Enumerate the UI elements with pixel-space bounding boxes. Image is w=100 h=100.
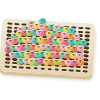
board-hole[interactable] bbox=[76, 69, 81, 72]
board-hole[interactable] bbox=[84, 54, 89, 57]
board-hole[interactable] bbox=[85, 31, 90, 34]
board-hole[interactable] bbox=[19, 66, 24, 69]
board-hole[interactable] bbox=[47, 68, 52, 71]
photo-scene bbox=[0, 0, 100, 100]
board-hole[interactable] bbox=[7, 26, 12, 29]
bead-pink[interactable] bbox=[76, 45, 84, 52]
board-hole[interactable] bbox=[40, 67, 45, 70]
board-hole[interactable] bbox=[12, 66, 17, 69]
board-hole[interactable] bbox=[15, 23, 20, 26]
board-hole[interactable] bbox=[69, 69, 74, 72]
board-hole[interactable] bbox=[54, 68, 59, 71]
board-hole[interactable] bbox=[85, 27, 90, 30]
board-hole[interactable] bbox=[61, 69, 66, 72]
board-hole[interactable] bbox=[85, 35, 90, 38]
board-hole[interactable] bbox=[5, 65, 10, 68]
board-hole[interactable] bbox=[83, 58, 88, 61]
board-hole[interactable] bbox=[26, 66, 31, 69]
board-hole[interactable] bbox=[5, 61, 10, 64]
board-hole[interactable] bbox=[83, 66, 88, 69]
board-hole[interactable] bbox=[83, 70, 88, 73]
board-hole[interactable] bbox=[83, 62, 88, 65]
board-hole[interactable] bbox=[78, 26, 83, 29]
board-hole[interactable] bbox=[84, 50, 89, 53]
board-hole[interactable] bbox=[8, 22, 13, 25]
board-hole[interactable] bbox=[84, 46, 89, 49]
bead-orange[interactable] bbox=[77, 59, 84, 65]
board-hole[interactable] bbox=[33, 67, 38, 70]
